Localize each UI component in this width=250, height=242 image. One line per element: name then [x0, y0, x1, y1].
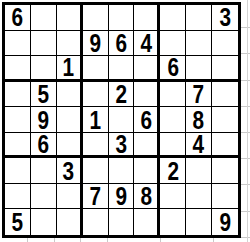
cell-r9c8[interactable]: [186, 209, 212, 235]
given-digit: 8: [193, 107, 205, 132]
outer-gridline-far-right: [247, 0, 248, 242]
cell-r1c1[interactable]: 6: [5, 5, 31, 31]
cell-r7c2[interactable]: [31, 158, 57, 184]
cell-r5c8[interactable]: 8: [186, 107, 212, 133]
cell-r4c5[interactable]: 2: [109, 82, 135, 108]
cell-r9c3[interactable]: [57, 209, 83, 235]
cell-r1c7[interactable]: [160, 5, 186, 31]
cell-r9c2[interactable]: [31, 209, 57, 235]
given-digit: 1: [89, 107, 101, 132]
cell-r1c5[interactable]: [109, 5, 135, 31]
cell-r7c9[interactable]: [212, 158, 238, 184]
cell-r3c5[interactable]: [109, 56, 135, 82]
cell-r5c4[interactable]: 1: [83, 107, 109, 133]
cell-r8c1[interactable]: [5, 184, 31, 210]
cell-r2c5[interactable]: 6: [109, 31, 135, 57]
cell-r3c6[interactable]: [134, 56, 160, 82]
cell-r9c7[interactable]: [160, 209, 186, 235]
cell-r3c7[interactable]: 6: [160, 56, 186, 82]
cell-r2c2[interactable]: [31, 31, 57, 57]
given-digit: 2: [115, 82, 127, 107]
cell-r3c1[interactable]: [5, 56, 31, 82]
given-digit: 6: [38, 133, 50, 157]
cell-r8c8[interactable]: [186, 184, 212, 210]
cell-r4c2[interactable]: 5: [31, 82, 57, 108]
cell-r4c3[interactable]: [57, 82, 83, 108]
cell-r6c6[interactable]: [134, 133, 160, 159]
cell-r2c1[interactable]: [5, 31, 31, 57]
cell-r4c9[interactable]: [212, 82, 238, 108]
cell-r9c1[interactable]: 5: [5, 209, 31, 235]
cell-r2c6[interactable]: 4: [134, 31, 160, 57]
cell-r8c9[interactable]: [212, 184, 238, 210]
cell-r1c4[interactable]: [83, 5, 109, 31]
cell-r3c2[interactable]: [31, 56, 57, 82]
cell-r8c3[interactable]: [57, 184, 83, 210]
cell-r7c7[interactable]: 2: [160, 158, 186, 184]
cell-r8c7[interactable]: [160, 184, 186, 210]
outer-gridlines-right: [241, 2, 250, 238]
cell-r5c3[interactable]: [57, 107, 83, 133]
given-digit: 6: [115, 31, 127, 56]
cell-r2c9[interactable]: [212, 31, 238, 57]
cell-r5c6[interactable]: 6: [134, 107, 160, 133]
given-digit: 9: [115, 184, 127, 209]
cell-r7c4[interactable]: [83, 158, 109, 184]
cell-r7c8[interactable]: [186, 158, 212, 184]
cell-r3c9[interactable]: [212, 56, 238, 82]
cell-r5c9[interactable]: [212, 107, 238, 133]
cell-r4c6[interactable]: [134, 82, 160, 108]
given-digit: 9: [219, 209, 231, 235]
cell-r7c3[interactable]: 3: [57, 158, 83, 184]
cell-r1c8[interactable]: [186, 5, 212, 31]
cell-r4c1[interactable]: [5, 82, 31, 108]
cell-r7c1[interactable]: [5, 158, 31, 184]
cell-r1c6[interactable]: [134, 5, 160, 31]
given-digit: 2: [167, 158, 179, 183]
given-digit: 6: [12, 5, 24, 30]
given-digit: 6: [167, 56, 179, 80]
cell-r8c6[interactable]: 8: [134, 184, 160, 210]
cell-r6c1[interactable]: [5, 133, 31, 159]
cell-r6c3[interactable]: [57, 133, 83, 159]
cell-r8c4[interactable]: 7: [83, 184, 109, 210]
given-digit: 5: [12, 209, 24, 235]
cell-r5c7[interactable]: [160, 107, 186, 133]
given-digit: 3: [62, 158, 74, 183]
cell-r8c5[interactable]: 9: [109, 184, 135, 210]
cell-r2c7[interactable]: [160, 31, 186, 57]
cell-r6c5[interactable]: 3: [109, 133, 135, 159]
cell-r4c7[interactable]: [160, 82, 186, 108]
cell-r3c4[interactable]: [83, 56, 109, 82]
cell-r7c5[interactable]: [109, 158, 135, 184]
cell-r6c8[interactable]: 4: [186, 133, 212, 159]
cell-r2c8[interactable]: [186, 31, 212, 57]
given-digit: 1: [62, 56, 74, 80]
cell-r9c5[interactable]: [109, 209, 135, 235]
cell-r9c4[interactable]: [83, 209, 109, 235]
cell-r6c7[interactable]: [160, 133, 186, 159]
cell-r9c9[interactable]: 9: [212, 209, 238, 235]
given-digit: 6: [140, 107, 152, 132]
given-digit: 3: [219, 5, 231, 30]
cell-r1c3[interactable]: [57, 5, 83, 31]
given-digit: 9: [89, 31, 101, 56]
given-digit: 9: [38, 107, 50, 132]
given-digit: 4: [140, 31, 152, 56]
given-digit: 7: [193, 82, 205, 107]
cell-r3c8[interactable]: [186, 56, 212, 82]
cell-r2c3[interactable]: [57, 31, 83, 57]
given-digit: 8: [140, 184, 152, 209]
given-digit: 4: [193, 133, 205, 157]
cell-r1c9[interactable]: 3: [212, 5, 238, 31]
sudoku-board: 639641652791686343279859: [2, 2, 241, 238]
cell-r6c4[interactable]: [83, 133, 109, 159]
cell-r5c2[interactable]: 9: [31, 107, 57, 133]
cell-r7c6[interactable]: [134, 158, 160, 184]
given-digit: 7: [89, 184, 101, 209]
cell-r3c3[interactable]: 1: [57, 56, 83, 82]
outer-gridlines-bottom: [2, 238, 241, 242]
cell-r4c8[interactable]: 7: [186, 82, 212, 108]
cell-r6c9[interactable]: [212, 133, 238, 159]
cell-r9c6[interactable]: [134, 209, 160, 235]
cell-r4c4[interactable]: [83, 82, 109, 108]
cell-r8c2[interactable]: [31, 184, 57, 210]
cell-r5c1[interactable]: [5, 107, 31, 133]
given-digit: 5: [38, 82, 50, 107]
cell-r1c2[interactable]: [31, 5, 57, 31]
given-digit: 3: [115, 133, 127, 157]
cell-r5c5[interactable]: [109, 107, 135, 133]
cell-r6c2[interactable]: 6: [31, 133, 57, 159]
cell-r2c4[interactable]: 9: [83, 31, 109, 57]
